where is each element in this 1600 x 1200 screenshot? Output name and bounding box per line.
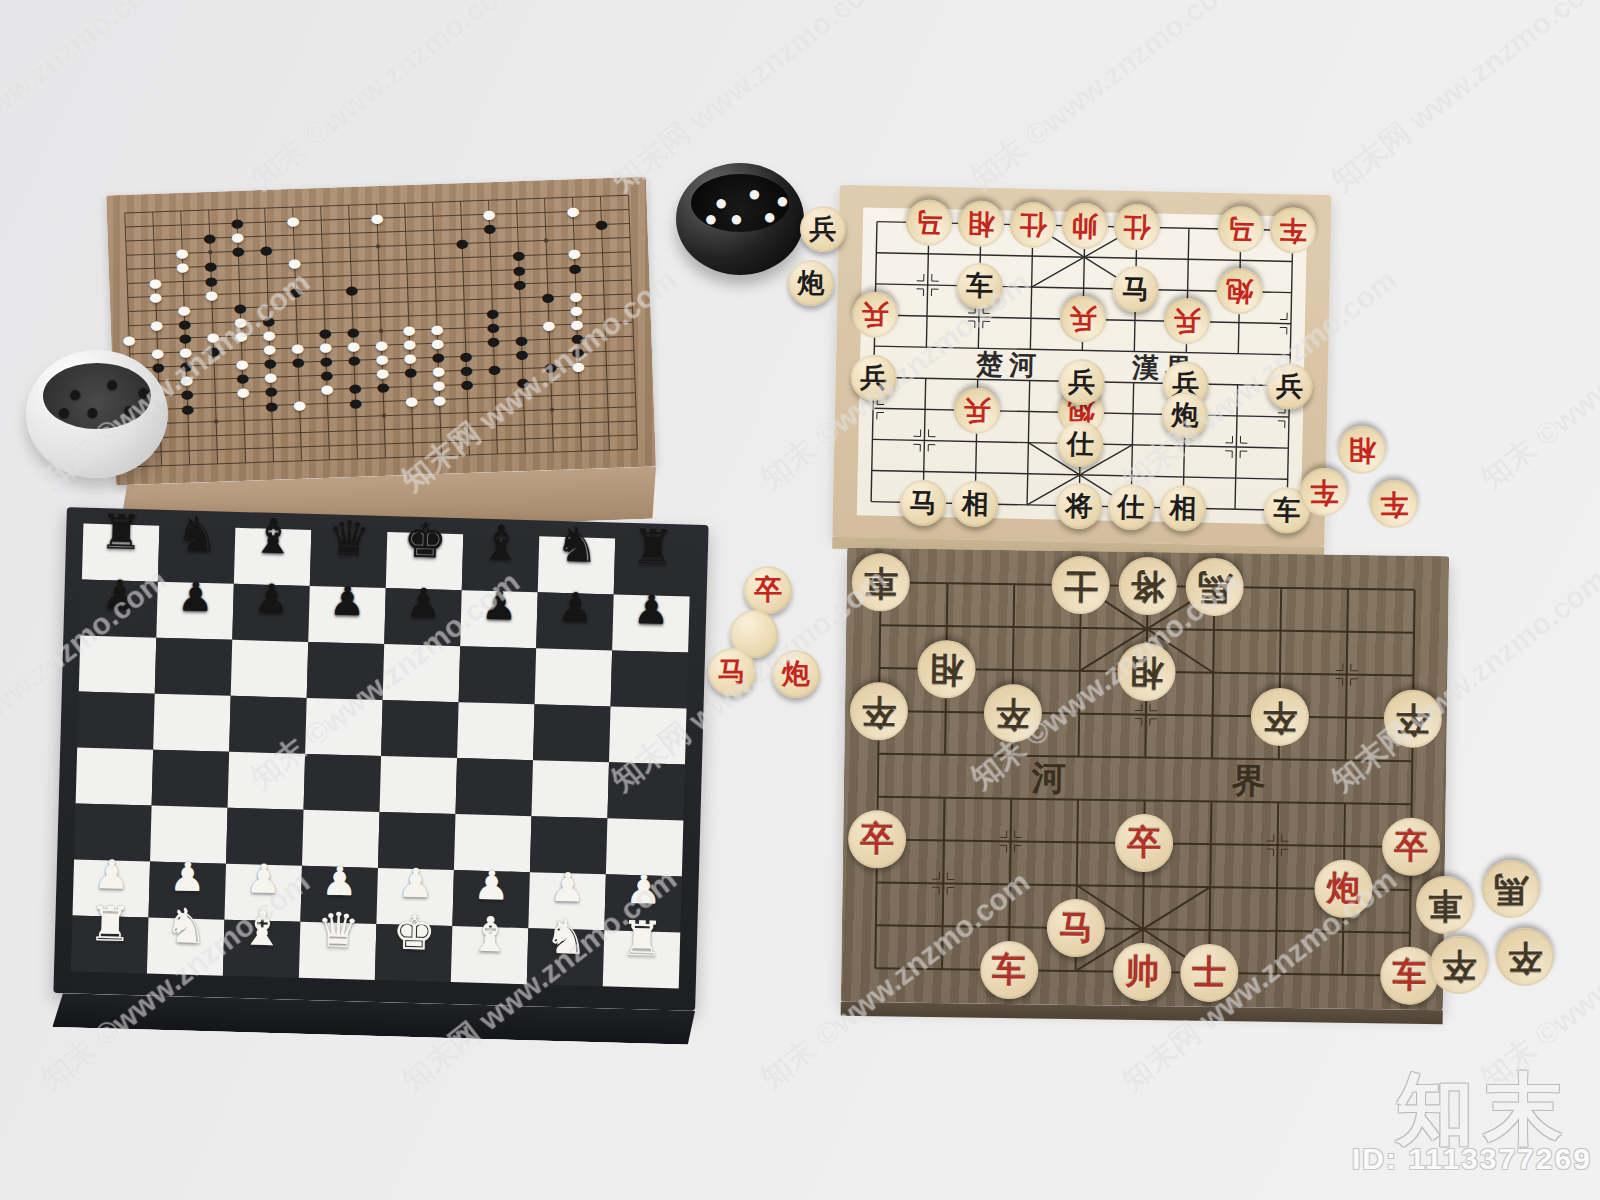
chess-square-f1[interactable]: ♝: [451, 926, 529, 984]
loose-piece-卒[interactable]: 卒: [744, 566, 792, 614]
piece-character: 卒: [1508, 934, 1542, 980]
piece-character: 马: [909, 484, 937, 521]
piece-character: 車: [1428, 882, 1462, 928]
piece-character: 车: [1273, 492, 1301, 529]
go-bowl-white[interactable]: ●●●●●●: [26, 350, 168, 478]
go-stone-black[interactable]: ●: [448, 233, 476, 256]
go-stone-white[interactable]: ●: [229, 382, 257, 405]
xiangqi-piece-兵[interactable]: 兵: [850, 354, 897, 401]
bowl-stone-black[interactable]: ●: [57, 401, 70, 423]
xiangqi-board-dark[interactable]: 河界車士将馬相相卒卒卒卒卒卒卒炮马车帅士车: [841, 548, 1449, 1010]
go-stone-black[interactable]: ●: [480, 330, 508, 353]
piece-character: 兵: [963, 392, 991, 429]
piece-character: 相: [1129, 649, 1164, 695]
piece-character: 馬: [1197, 564, 1232, 610]
loose-piece-車[interactable]: 車: [1416, 876, 1474, 934]
chess-piece-white-r[interactable]: ♜: [603, 914, 680, 964]
go-stone-black[interactable]: ●: [342, 392, 370, 415]
chess-square-c1[interactable]: ♝: [223, 920, 301, 978]
go-stone-black[interactable]: ●: [509, 372, 537, 395]
chess-square-h4[interactable]: [607, 762, 685, 820]
xiangqi-piece-兵[interactable]: 兵: [954, 387, 1001, 434]
go-bowl-opening: ●●●●●●: [43, 363, 151, 430]
piece-character: 车: [1310, 473, 1338, 511]
chess-piece-black-r[interactable]: ♜: [83, 508, 160, 558]
xiangqi-piece-相[interactable]: 相: [952, 480, 999, 527]
go-stone-black[interactable]: ●: [282, 281, 310, 304]
xiangqi-piece-兵[interactable]: 兵: [1058, 358, 1105, 405]
xiangqi-piece-车[interactable]: 车: [1269, 207, 1316, 254]
chess-square-b1[interactable]: ♞: [147, 918, 225, 976]
piece-character: 相: [961, 486, 989, 523]
znzmo-watermark-text: 知末 ©www.znzmo.com: [962, 0, 1248, 199]
piece-character: 卒: [1442, 942, 1476, 988]
go-stone-white[interactable]: ●: [142, 286, 170, 309]
piece-character: 卒: [754, 571, 782, 609]
go-stone-white[interactable]: ●: [559, 201, 587, 224]
chess-square-e5[interactable]: [381, 700, 459, 758]
go-stone-black[interactable]: ●: [481, 359, 509, 382]
chess-square-c6[interactable]: [231, 640, 309, 698]
go-stone-black[interactable]: ●: [174, 398, 202, 421]
piece-character: 士: [1064, 562, 1099, 608]
go-stone-black[interactable]: ●: [340, 349, 368, 372]
piece-character: 将: [1130, 563, 1165, 609]
chess-square-c4[interactable]: [228, 752, 306, 810]
chess-square-e6[interactable]: [383, 644, 461, 702]
piece-character: 马: [1227, 211, 1255, 248]
piece-character: 相: [1348, 431, 1376, 469]
go-stone-black[interactable]: ●: [252, 240, 280, 263]
chess-board[interactable]: ♜♞♝♛♚♝♞♜♟♟♟♟♟♟♟♟♟♟♟♟♟♟♟♟♜♞♝♛♚♝♞♜: [53, 507, 708, 1011]
piece-character: 仕: [1019, 207, 1047, 244]
xiangqi-piece-将[interactable]: 将: [1056, 482, 1103, 529]
bowl-stone-black[interactable]: ●: [137, 381, 150, 403]
chess-piece-black-p[interactable]: ♟: [537, 586, 614, 628]
chess-piece-white-b[interactable]: ♝: [224, 904, 301, 954]
loose-piece-炮[interactable]: 炮: [772, 650, 820, 698]
piece-character: 兵: [1276, 368, 1304, 405]
go-stone-white[interactable]: ●: [281, 253, 309, 276]
go-stone-black[interactable]: ●: [453, 374, 481, 397]
loose-piece-车[interactable]: 车: [1300, 468, 1348, 516]
chess-piece-black-p[interactable]: ♟: [233, 578, 310, 620]
chess-square-e4[interactable]: [380, 756, 458, 814]
chess-square-b7[interactable]: ♟: [156, 582, 234, 640]
chess-piece-white-k[interactable]: ♚: [375, 908, 452, 958]
loose-piece-相[interactable]: 相: [1338, 426, 1386, 474]
piece-character: 车: [1392, 952, 1427, 998]
asset-id-label: ID: 1113377269: [1352, 1142, 1592, 1176]
chess-square-a6[interactable]: [79, 636, 157, 694]
chess-piece-white-n[interactable]: ♞: [527, 912, 604, 962]
go-bowl-opening: ●●●●●●: [691, 174, 788, 232]
bowl-stone-black[interactable]: ●: [86, 401, 99, 423]
piece-character: 炮: [782, 655, 810, 693]
piece-character: 卒: [1127, 820, 1162, 866]
bowl-stone-white[interactable]: ●: [730, 208, 743, 230]
chess-piece-black-n[interactable]: ♞: [159, 510, 236, 560]
go-stone-black[interactable]: ●: [537, 357, 565, 380]
piece-character: 兵: [810, 211, 837, 247]
chess-square-f7[interactable]: ♟: [460, 590, 538, 648]
piece-character: 车: [1279, 212, 1307, 249]
chess-square-g6[interactable]: [535, 648, 613, 706]
xiangqi-piece-相[interactable]: 相: [1160, 485, 1207, 532]
piece-character: 兵: [860, 359, 888, 396]
go-stone-white[interactable]: ●: [198, 284, 226, 307]
go-stone-black[interactable]: ●: [369, 377, 397, 400]
go-stone-white[interactable]: ●: [286, 394, 314, 417]
loose-piece-马[interactable]: 马: [708, 648, 756, 696]
go-stone-black[interactable]: ●: [200, 340, 228, 363]
chess-square-g4[interactable]: [531, 760, 609, 818]
chess-piece-white-p[interactable]: ♟: [377, 862, 454, 904]
chess-square-f6[interactable]: [459, 646, 537, 704]
xiangqi-grid: 河界: [841, 548, 1449, 1010]
znzmo-watermark-text: 知末 ©www.znzmo.com: [1472, 262, 1600, 498]
piece-character: 马: [915, 204, 943, 241]
chess-square-e7[interactable]: ♟: [384, 588, 462, 646]
xiangqi-dark-surface[interactable]: 河界車士将馬相相卒卒卒卒卒卒卒炮马车帅士车: [841, 548, 1449, 1010]
chess-square-a4[interactable]: [76, 748, 154, 806]
piece-character: 卒: [1394, 824, 1429, 870]
chess-square-g7[interactable]: ♟: [536, 592, 614, 650]
chess-piece-white-r[interactable]: ♜: [72, 899, 149, 949]
loose-piece-卒[interactable]: 卒: [1496, 928, 1554, 986]
chess-piece-black-p[interactable]: ♟: [461, 584, 538, 626]
xiangqi-piece-相[interactable]: 相: [1117, 642, 1176, 701]
xiangqi-piece-馬[interactable]: 馬: [1185, 558, 1244, 617]
chess-square-h1[interactable]: ♜: [603, 930, 681, 988]
piece-character: 炮: [1226, 273, 1254, 310]
go-stone-white[interactable]: ●: [363, 207, 391, 230]
piece-character: 卒: [1262, 693, 1297, 739]
xiangqi-piece-卒[interactable]: 卒: [983, 683, 1042, 742]
xiangqi-piece-卒[interactable]: 卒: [1383, 689, 1442, 748]
go-stone-white[interactable]: ●: [398, 390, 426, 413]
loose-piece-炮[interactable]: 炮: [788, 260, 834, 306]
bowl-stone-white[interactable]: ●: [704, 208, 717, 230]
bowl-stone-white[interactable]: ●: [763, 206, 776, 228]
loose-piece-卒[interactable]: 卒: [1430, 936, 1488, 994]
piece-character: 兵: [1068, 363, 1096, 400]
chess-square-g1[interactable]: ♞: [527, 928, 605, 986]
chess-piece-white-p[interactable]: ♟: [605, 868, 682, 910]
chess-square-h5[interactable]: [609, 706, 687, 764]
piece-character: 仕: [1066, 425, 1094, 462]
render-scene: 知末网 www.znzmo.com知末 ©www.znzmo.com知末网 ww…: [0, 0, 1600, 1200]
piece-character: 車: [863, 559, 898, 605]
chess-piece-black-p[interactable]: ♟: [613, 588, 690, 630]
piece-character: 马: [1059, 905, 1094, 951]
river-label-left: 楚河: [975, 349, 1043, 380]
chess-square-a7[interactable]: ♟: [80, 580, 158, 638]
xiangqi-piece-卒[interactable]: 卒: [850, 682, 909, 741]
go-stone-white[interactable]: ●: [426, 389, 454, 412]
chess-piece-black-q[interactable]: ♛: [310, 514, 387, 564]
chess-piece-white-p[interactable]: ♟: [301, 860, 378, 902]
piece-character: 车: [1380, 485, 1408, 523]
chess-piece-white-q[interactable]: ♛: [300, 906, 377, 956]
loose-piece-馬[interactable]: 馬: [1482, 860, 1540, 918]
chess-square-d7[interactable]: ♟: [308, 586, 386, 644]
chess-piece-black-p[interactable]: ♟: [81, 574, 158, 616]
go-stone-black[interactable]: ●: [196, 227, 224, 250]
chess-square-f5[interactable]: [457, 702, 535, 760]
chess-piece-white-b[interactable]: ♝: [451, 910, 528, 960]
go-bowl-black[interactable]: ●●●●●●: [676, 163, 804, 275]
chess-square-b4[interactable]: [152, 750, 230, 808]
chess-square-d4[interactable]: [304, 754, 382, 812]
chess-square-d6[interactable]: [307, 642, 385, 700]
chess-square-c5[interactable]: [229, 696, 307, 754]
go-stone-black[interactable]: ●: [284, 351, 312, 374]
chess-square-c7[interactable]: ♟: [232, 584, 310, 642]
chess-piece-white-p[interactable]: ♟: [529, 866, 606, 908]
chess-square-h7[interactable]: ♟: [612, 594, 690, 652]
znzmo-watermark-text: 知末网 www.znzmo.com: [1323, 0, 1600, 201]
chess-piece-white-p[interactable]: ♟: [149, 856, 226, 898]
xiangqi-board-light[interactable]: 楚河漢界马相仕帅仕马车炮兵兵兵兵炮车马兵兵兵兵炮仕马相将仕相车: [832, 185, 1331, 547]
piece-character: 仕: [1123, 209, 1151, 246]
go-stone-black[interactable]: ●: [561, 257, 589, 280]
chess-square-d1[interactable]: ♛: [299, 922, 377, 980]
piece-character: 卒: [995, 690, 1030, 736]
go-stone-black[interactable]: ●: [338, 279, 366, 302]
piece-character: 兵: [1069, 301, 1097, 338]
chess-square-a5[interactable]: [77, 692, 155, 750]
chess-piece-black-b[interactable]: ♝: [235, 512, 312, 562]
chess-board-edge: [52, 993, 695, 1045]
piece-character: 炮: [798, 265, 825, 301]
chess-square-a1[interactable]: ♜: [71, 915, 149, 973]
chess-piece-white-p[interactable]: ♟: [73, 853, 150, 895]
go-stone-black[interactable]: ●: [258, 395, 286, 418]
go-stone-white[interactable]: ●: [227, 325, 255, 348]
xiangqi-piece-兵[interactable]: 兵: [1266, 362, 1313, 409]
chess-square-d5[interactable]: [305, 698, 383, 756]
chess-piece-white-p[interactable]: ♟: [225, 858, 302, 900]
piece-character: 将: [1065, 488, 1093, 525]
piece-character: 相: [967, 206, 995, 243]
piece-character: 相: [929, 646, 964, 692]
piece-character: 馬: [1494, 866, 1528, 912]
piece-character: 卒: [860, 816, 895, 862]
piece-character: 车: [991, 947, 1026, 993]
piece-character: 炮: [1326, 866, 1361, 912]
chess-square-e1[interactable]: ♚: [375, 924, 453, 982]
go-stone-black[interactable]: ●: [534, 286, 562, 309]
go-stone-white[interactable]: ●: [115, 329, 143, 352]
piece-character: 卒: [862, 688, 897, 734]
xiangqi-piece-炮[interactable]: 炮: [1162, 391, 1209, 438]
go-stone-white[interactable]: ●: [565, 356, 593, 379]
bowl-stone-black[interactable]: ●: [106, 373, 119, 395]
piece-character: 马: [718, 653, 746, 691]
piece-character: 相: [1169, 490, 1197, 527]
chess-square-b5[interactable]: [153, 694, 231, 752]
piece-character: 士: [1192, 950, 1227, 996]
xiangqi-piece-相[interactable]: 相: [917, 640, 976, 699]
znzmo-watermark-text: 知末 ©www.znzmo.com: [242, 0, 528, 199]
chess-square-h6[interactable]: [611, 650, 689, 708]
river-label-right: 界: [1231, 762, 1273, 800]
piece-character: 仕: [1117, 489, 1145, 526]
piece-character: 卒: [1396, 695, 1431, 741]
go-stone-black[interactable]: ●: [476, 218, 504, 241]
piece-character: 兵: [861, 297, 889, 334]
xiangqi-piece-士[interactable]: 士: [1180, 944, 1239, 1003]
xiangqi-piece-卒[interactable]: 卒: [1250, 687, 1309, 746]
go-stone-black[interactable]: ●: [588, 214, 616, 237]
chess-piece-white-n[interactable]: ♞: [148, 902, 225, 952]
go-board-surface[interactable]: ●●●●●●●●●●●●●●●●●●●●●●●●●●●●●●●●●●●●●●●●…: [106, 177, 656, 486]
chess-piece-black-n[interactable]: ♞: [538, 520, 615, 570]
go-stone-white[interactable]: ●: [313, 379, 341, 402]
piece-character: 帅: [1125, 949, 1160, 995]
river-label-left: 河: [1030, 759, 1072, 797]
piece-character: 兵: [1173, 303, 1201, 340]
go-stone-white[interactable]: ●: [169, 257, 197, 280]
chess-square-b6[interactable]: [155, 638, 233, 696]
loose-piece-车[interactable]: 车: [1370, 480, 1418, 528]
znzmo-watermark-text: 知末网 www.znzmo.com: [0, 0, 176, 201]
xiangqi-light-surface[interactable]: 楚河漢界马相仕帅仕马车炮兵兵兵兵炮车马兵兵兵兵炮仕马相将仕相车: [857, 207, 1307, 524]
bowl-stone-white[interactable]: ●: [776, 190, 789, 212]
xiangqi-piece-车[interactable]: 车: [979, 941, 1038, 1000]
bowl-stone-black[interactable]: ●: [123, 399, 136, 421]
chess-grid[interactable]: ♜♞♝♛♚♝♞♜♟♟♟♟♟♟♟♟♟♟♟♟♟♟♟♟♜♞♝♛♚♝♞♜: [71, 524, 691, 989]
loose-piece-兵[interactable]: 兵: [800, 206, 846, 252]
go-stone-white[interactable]: ●: [535, 314, 563, 337]
chess-piece-black-b[interactable]: ♝: [462, 518, 539, 568]
go-board[interactable]: ●●●●●●●●●●●●●●●●●●●●●●●●●●●●●●●●●●●●●●●●…: [106, 177, 658, 538]
piece-character: 炮: [1171, 397, 1199, 434]
xiangqi-piece-仕[interactable]: 仕: [1108, 484, 1155, 531]
go-stone-black[interactable]: ●: [508, 344, 536, 367]
chess-piece-black-p[interactable]: ♟: [157, 576, 234, 618]
chess-frame: ♜♞♝♛♚♝♞♜♟♟♟♟♟♟♟♟♟♟♟♟♟♟♟♟♜♞♝♛♚♝♞♜: [53, 507, 708, 1011]
bowl-stone-white[interactable]: ●: [748, 183, 761, 205]
piece-character: 帅: [1071, 208, 1099, 245]
chess-square-f4[interactable]: [455, 758, 533, 816]
chess-piece-black-k[interactable]: ♚: [386, 516, 463, 566]
go-stone-white[interactable]: ●: [279, 210, 307, 233]
piece-character: 车: [966, 268, 994, 305]
go-stone-black[interactable]: ●: [397, 362, 425, 385]
go-stone-black[interactable]: ●: [506, 273, 534, 296]
chess-piece-black-p[interactable]: ♟: [309, 580, 386, 622]
go-stone-black[interactable]: ●: [224, 241, 252, 264]
chess-piece-black-r[interactable]: ♜: [614, 522, 691, 572]
piece-character: 马: [1122, 271, 1150, 308]
chess-piece-white-p[interactable]: ♟: [453, 864, 530, 906]
xiangqi-piece-马[interactable]: 马: [900, 479, 947, 526]
chess-piece-black-p[interactable]: ♟: [385, 582, 462, 624]
go-stone-white[interactable]: ●: [143, 314, 171, 337]
chess-square-g5[interactable]: [533, 704, 611, 762]
